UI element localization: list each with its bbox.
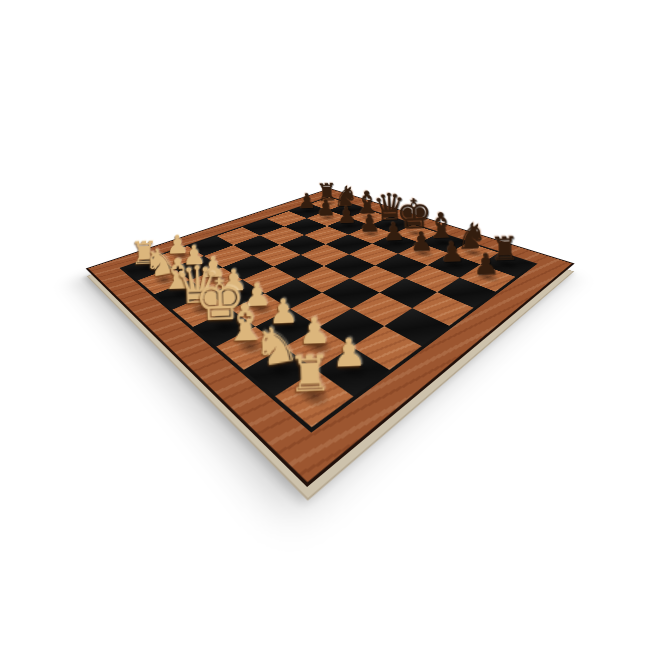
square-f3 <box>291 293 351 327</box>
product-photo-canvas: ♜♞♝♛♚♝♞♜♟♟♟♟♟♟♟♟♟♟♟♟♟♟♟♟♜♞♝♛♚♝♞♜ <box>0 0 650 650</box>
square-e4 <box>296 266 350 293</box>
square-f2 <box>256 309 320 347</box>
square-h6 <box>437 277 496 307</box>
square-c2 <box>190 267 243 294</box>
square-f5 <box>350 265 405 292</box>
board-squares <box>123 197 533 427</box>
square-f4 <box>322 278 379 308</box>
board-perspective-wrapper: ♜♞♝♛♚♝♞♜♟♟♟♟♟♟♟♟♟♟♟♟♟♟♟♟♜♞♝♛♚♝♞♜ <box>0 0 650 650</box>
square-g6 <box>405 265 460 292</box>
square-e1 <box>193 309 256 347</box>
square-g1 <box>243 347 316 396</box>
square-h3 <box>352 326 421 369</box>
square-g4 <box>351 292 412 326</box>
square-d2 <box>209 279 265 309</box>
square-d1 <box>172 294 231 327</box>
square-g2 <box>284 326 352 369</box>
square-f1 <box>216 327 283 370</box>
square-h2 <box>316 346 390 396</box>
square-e2 <box>231 293 291 326</box>
square-h4 <box>384 308 449 346</box>
square-h7 <box>460 264 516 291</box>
square-c1 <box>154 280 209 310</box>
chessboard: ♜♞♝♛♚♝♞♜♟♟♟♟♟♟♟♟♟♟♟♟♟♟♟♟♜♞♝♛♚♝♞♜ <box>86 188 575 487</box>
square-d3 <box>243 267 296 294</box>
square-e3 <box>265 279 322 309</box>
square-g5 <box>379 278 437 308</box>
square-h1 <box>275 370 354 428</box>
square-g3 <box>319 308 383 346</box>
square-h5 <box>412 292 474 326</box>
